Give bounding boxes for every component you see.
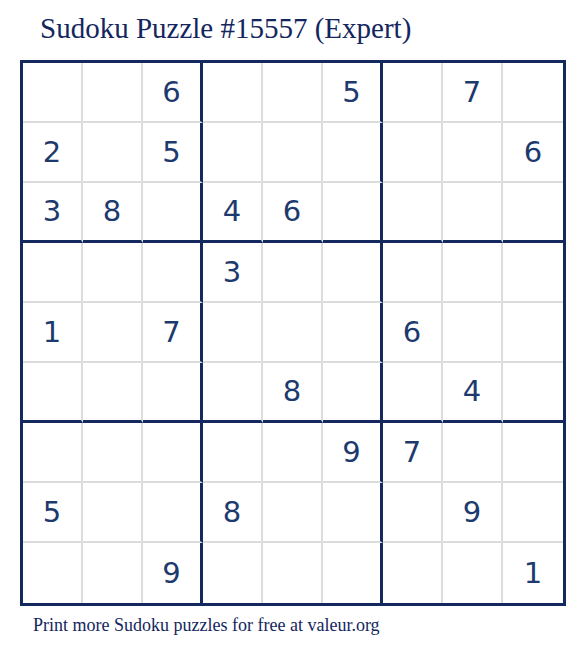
cell-r9c7	[383, 543, 443, 603]
cell-r7c6: 9	[323, 423, 383, 483]
cell-r6c7	[383, 363, 443, 423]
cell-r6c2	[83, 363, 143, 423]
cell-r9c2	[83, 543, 143, 603]
cell-r9c9: 1	[503, 543, 563, 603]
cell-r4c3	[143, 243, 203, 303]
cell-r9c4	[203, 543, 263, 603]
cell-r3c4: 4	[203, 183, 263, 243]
cell-r5c9	[503, 303, 563, 363]
cell-r9c8	[443, 543, 503, 603]
cell-r5c1: 1	[23, 303, 83, 363]
cell-r5c5	[263, 303, 323, 363]
cell-r1c5	[263, 63, 323, 123]
cell-r5c8	[443, 303, 503, 363]
cell-r4c6	[323, 243, 383, 303]
cell-r7c9	[503, 423, 563, 483]
cell-r7c4	[203, 423, 263, 483]
cell-r7c8	[443, 423, 503, 483]
cell-r1c1	[23, 63, 83, 123]
cell-r4c2	[83, 243, 143, 303]
cell-r1c2	[83, 63, 143, 123]
cell-r8c6	[323, 483, 383, 543]
cell-r3c5: 6	[263, 183, 323, 243]
cell-r3c9	[503, 183, 563, 243]
cell-r6c1	[23, 363, 83, 423]
cell-r5c2	[83, 303, 143, 363]
cell-r8c7	[383, 483, 443, 543]
footer-text: Print more Sudoku puzzles for free at va…	[33, 615, 380, 636]
cell-r4c1	[23, 243, 83, 303]
cell-r5c7: 6	[383, 303, 443, 363]
cell-r8c8: 9	[443, 483, 503, 543]
cell-r1c9	[503, 63, 563, 123]
cell-r4c9	[503, 243, 563, 303]
cell-r2c4	[203, 123, 263, 183]
cell-r9c5	[263, 543, 323, 603]
cell-r8c1: 5	[23, 483, 83, 543]
cell-r9c3: 9	[143, 543, 203, 603]
cell-r6c5: 8	[263, 363, 323, 423]
cell-r6c8: 4	[443, 363, 503, 423]
cell-r3c8	[443, 183, 503, 243]
cell-r7c3	[143, 423, 203, 483]
cell-r7c2	[83, 423, 143, 483]
cell-r2c6	[323, 123, 383, 183]
cell-r4c8	[443, 243, 503, 303]
page: Sudoku Puzzle #15557 (Expert) 6572563846…	[0, 0, 580, 651]
cell-r2c5	[263, 123, 323, 183]
cell-r9c1	[23, 543, 83, 603]
sudoku-grid: 65725638463176849758991	[20, 60, 566, 606]
cell-r6c3	[143, 363, 203, 423]
cell-r6c6	[323, 363, 383, 423]
cell-r5c6	[323, 303, 383, 363]
cell-r9c6	[323, 543, 383, 603]
cell-r1c4	[203, 63, 263, 123]
cell-r5c4	[203, 303, 263, 363]
cell-r1c8: 7	[443, 63, 503, 123]
cell-r8c9	[503, 483, 563, 543]
cell-r1c6: 5	[323, 63, 383, 123]
cell-r3c6	[323, 183, 383, 243]
cell-r4c7	[383, 243, 443, 303]
cell-r3c2: 8	[83, 183, 143, 243]
cell-r4c4: 3	[203, 243, 263, 303]
cell-r6c9	[503, 363, 563, 423]
cell-r2c2	[83, 123, 143, 183]
cell-r3c7	[383, 183, 443, 243]
cell-r2c9: 6	[503, 123, 563, 183]
cell-r8c4: 8	[203, 483, 263, 543]
cell-r7c1	[23, 423, 83, 483]
cell-r1c3: 6	[143, 63, 203, 123]
cell-r1c7	[383, 63, 443, 123]
cell-r5c3: 7	[143, 303, 203, 363]
cell-r6c4	[203, 363, 263, 423]
cell-r3c1: 3	[23, 183, 83, 243]
cell-r2c7	[383, 123, 443, 183]
cell-r7c7: 7	[383, 423, 443, 483]
cell-r3c3	[143, 183, 203, 243]
cell-r7c5	[263, 423, 323, 483]
cell-r8c3	[143, 483, 203, 543]
page-title: Sudoku Puzzle #15557 (Expert)	[40, 12, 411, 45]
cell-r4c5	[263, 243, 323, 303]
cell-r8c2	[83, 483, 143, 543]
cell-r8c5	[263, 483, 323, 543]
cell-r2c8	[443, 123, 503, 183]
cell-r2c1: 2	[23, 123, 83, 183]
cell-r2c3: 5	[143, 123, 203, 183]
